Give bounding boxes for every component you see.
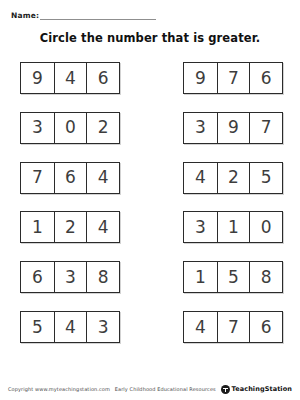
number-strip-right-1: 976 <box>183 62 283 94</box>
number-cell[interactable]: 9 <box>21 63 54 93</box>
number-cell[interactable]: 9 <box>184 63 217 93</box>
number-cell[interactable]: 3 <box>21 113 54 143</box>
number-cell[interactable]: 6 <box>54 163 87 193</box>
number-strip-left-4: 124 <box>20 211 120 243</box>
number-cell[interactable]: 9 <box>217 113 250 143</box>
number-strip-right-6: 476 <box>183 311 283 343</box>
number-cell[interactable]: 7 <box>21 163 54 193</box>
brand-logo: TeachingStation <box>221 385 292 394</box>
number-cell[interactable]: 6 <box>249 312 282 342</box>
number-strip-right-4: 310 <box>183 211 283 243</box>
number-cell[interactable]: 2 <box>217 163 250 193</box>
number-strip-right-5: 158 <box>183 261 283 293</box>
number-cell[interactable]: 4 <box>54 63 87 93</box>
number-cell[interactable]: 6 <box>86 63 119 93</box>
number-cell[interactable]: 6 <box>249 63 282 93</box>
number-cell[interactable]: 5 <box>217 262 250 292</box>
number-cell[interactable]: 4 <box>86 212 119 242</box>
number-cell[interactable]: 6 <box>21 262 54 292</box>
number-cell[interactable]: 0 <box>249 212 282 242</box>
number-strip-right-3: 425 <box>183 162 283 194</box>
number-strip-left-3: 764 <box>20 162 120 194</box>
number-cell[interactable]: 3 <box>184 212 217 242</box>
number-strip-left-2: 302 <box>20 112 120 144</box>
number-cell[interactable]: 8 <box>249 262 282 292</box>
number-strip-left-5: 638 <box>20 261 120 293</box>
number-cell[interactable]: 5 <box>21 312 54 342</box>
number-cell[interactable]: 3 <box>86 312 119 342</box>
worksheet-grid: 946302764124638543976397425310158476 <box>0 0 300 400</box>
number-cell[interactable]: 2 <box>54 212 87 242</box>
number-cell[interactable]: 4 <box>54 312 87 342</box>
number-cell[interactable]: 4 <box>184 312 217 342</box>
number-cell[interactable]: 3 <box>184 113 217 143</box>
number-cell[interactable]: 7 <box>249 113 282 143</box>
number-strip-left-6: 543 <box>20 311 120 343</box>
number-cell[interactable]: 2 <box>86 113 119 143</box>
footer: Copyright www.myteachingstation.com Earl… <box>0 382 300 396</box>
number-cell[interactable]: 0 <box>54 113 87 143</box>
number-strip-left-1: 946 <box>20 62 120 94</box>
number-cell[interactable]: 5 <box>249 163 282 193</box>
brand-name: TeachingStation <box>232 385 292 393</box>
footer-copyright: Copyright www.myteachingstation.com <box>8 386 110 392</box>
number-cell[interactable]: 1 <box>184 262 217 292</box>
number-cell[interactable]: 1 <box>21 212 54 242</box>
number-strip-right-2: 397 <box>183 112 283 144</box>
number-cell[interactable]: 4 <box>86 163 119 193</box>
footer-tagline: Early Childhood Educational Resources <box>115 386 216 392</box>
number-cell[interactable]: 7 <box>217 312 250 342</box>
number-cell[interactable]: 8 <box>86 262 119 292</box>
number-cell[interactable]: 3 <box>54 262 87 292</box>
number-cell[interactable]: 4 <box>184 163 217 193</box>
teachingstation-logo-icon <box>221 385 230 394</box>
number-cell[interactable]: 7 <box>217 63 250 93</box>
number-cell[interactable]: 1 <box>217 212 250 242</box>
